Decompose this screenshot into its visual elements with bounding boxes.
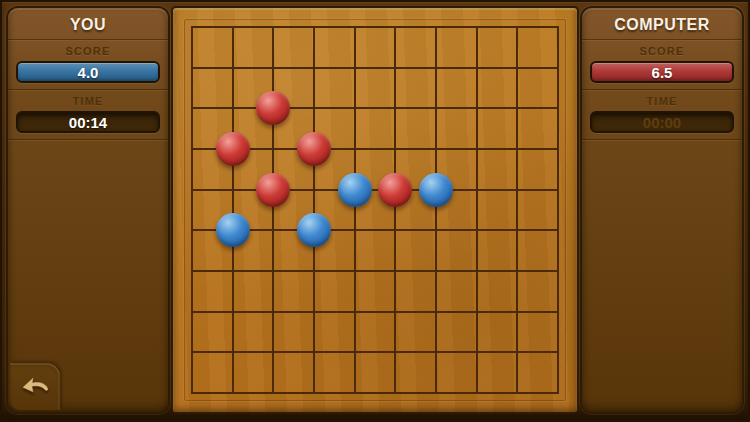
computer-score-bar: 6.5 (590, 61, 734, 83)
computer-title: COMPUTER (582, 14, 742, 36)
grid-line-vertical (272, 26, 274, 394)
computer-time-bar: 00:00 (590, 111, 734, 133)
red-stone (256, 91, 290, 125)
grid-line-horizontal (191, 67, 559, 69)
panel-divider (582, 139, 742, 141)
blue-stone (297, 213, 331, 247)
grid-line-horizontal (191, 392, 559, 394)
grid-line-vertical (394, 26, 396, 394)
grid-line-horizontal (191, 351, 559, 353)
panel-divider (8, 139, 168, 141)
grid-line-vertical (232, 26, 234, 394)
game-board[interactable] (173, 8, 577, 412)
blue-stone (216, 213, 250, 247)
you-time-bar: 00:14 (16, 111, 160, 133)
computer-score-label: SCORE (582, 44, 742, 59)
grid-line-horizontal (191, 270, 559, 272)
computer-time-value: 00:00 (643, 114, 681, 131)
you-title: YOU (8, 14, 168, 36)
you-score-bar: 4.0 (16, 61, 160, 83)
panel-divider (8, 39, 168, 41)
grid-line-vertical (191, 26, 193, 394)
board-grid[interactable] (192, 27, 558, 393)
panel-divider (582, 39, 742, 41)
grid-line-vertical (476, 26, 478, 394)
red-stone (256, 173, 290, 207)
grid-line-vertical (516, 26, 518, 394)
you-score-label: SCORE (8, 44, 168, 59)
grid-line-horizontal (191, 26, 559, 28)
panel-divider (582, 89, 742, 91)
you-time-value: 00:14 (69, 114, 107, 131)
grid-line-vertical (354, 26, 356, 394)
undo-arrow-icon (19, 371, 51, 403)
player-panel-computer: COMPUTER SCORE 6.5 TIME 00:00 (582, 8, 742, 412)
grid-line-horizontal (191, 107, 559, 109)
grid-line-vertical (313, 26, 315, 394)
grid-line-horizontal (191, 311, 559, 313)
red-stone (297, 132, 331, 166)
blue-stone (338, 173, 372, 207)
computer-time-label: TIME (582, 94, 742, 109)
back-button[interactable] (10, 363, 60, 410)
panel-divider (8, 89, 168, 91)
player-panel-you: YOU SCORE 4.0 TIME 00:14 (8, 8, 168, 412)
game-screen: YOU SCORE 4.0 TIME 00:14 COMPUTER SCORE (0, 0, 750, 422)
computer-score-value: 6.5 (652, 64, 673, 81)
grid-line-vertical (557, 26, 559, 394)
blue-stone (419, 173, 453, 207)
grid-line-vertical (435, 26, 437, 394)
grid-line-horizontal (191, 189, 559, 191)
you-time-label: TIME (8, 94, 168, 109)
you-score-value: 4.0 (78, 64, 99, 81)
red-stone (216, 132, 250, 166)
red-stone (378, 173, 412, 207)
